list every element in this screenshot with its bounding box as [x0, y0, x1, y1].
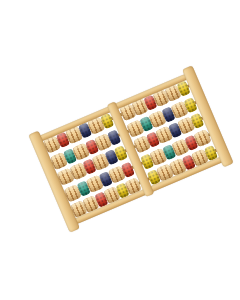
foot-roller-massager — [31, 72, 231, 226]
product-photo — [0, 0, 240, 300]
